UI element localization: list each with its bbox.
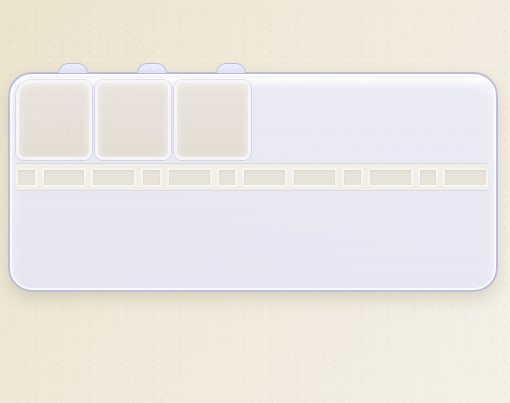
hinge-cell: [443, 168, 488, 187]
hinge-spine: [16, 163, 488, 191]
hinge-cell: [342, 168, 363, 187]
hinge-cell: [141, 168, 162, 187]
hinge-cell: [292, 168, 337, 187]
photo-canvas: [0, 0, 510, 403]
hinge-cell: [368, 168, 413, 187]
lid-tab: [58, 63, 88, 73]
hinge-cell: [42, 168, 87, 187]
hinge-cell: [91, 168, 136, 187]
compartment-oval-row1: [16, 80, 92, 160]
hinge-cell: [418, 168, 439, 187]
hinge-cell: [16, 168, 37, 187]
hinge-cell: [242, 168, 287, 187]
hinge-cell: [167, 168, 212, 187]
hinge-cell: [217, 168, 238, 187]
lid-tab: [216, 63, 246, 73]
lid-tab: [137, 63, 167, 73]
compartment-round-row1: [95, 80, 171, 160]
compartment-drop-row1: [174, 80, 250, 160]
